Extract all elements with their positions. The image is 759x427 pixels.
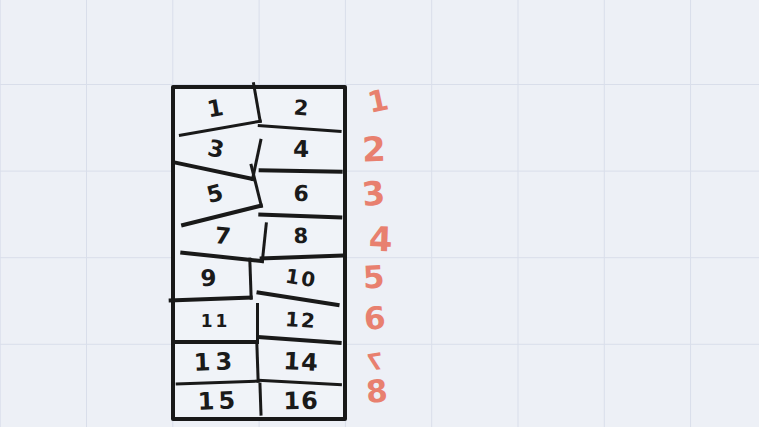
- table-cell-r7c1: 13: [174, 341, 259, 386]
- table-cell-r5c1: 9: [167, 258, 252, 303]
- row-label-7: 7: [365, 350, 384, 375]
- row-label-2: 2: [361, 132, 386, 167]
- row-label-5: 5: [362, 261, 385, 293]
- table-cell-r6c2: 12: [258, 298, 345, 345]
- table-cell-r8c2: 16: [259, 383, 344, 417]
- row-label-4: 4: [368, 222, 393, 257]
- row-label-8: 8: [365, 375, 389, 408]
- table-cell-r1c2: 2: [258, 86, 345, 133]
- table-cell-r7c2: 14: [258, 340, 344, 386]
- whiteboard-canvas: 1 2 3 4 5 6 7 8 9 10 11 12 13 14 15 16 1…: [0, 0, 759, 427]
- table-cell-r6c1: 11: [175, 303, 259, 344]
- table-cell-r4c1: 7: [180, 214, 268, 264]
- hand-drawn-number-table: 1 2 3 4 5 6 7 8 9 10 11 12 13 14 15 16: [171, 85, 347, 421]
- row-label-1: 1: [365, 85, 391, 118]
- row-label-6: 6: [363, 302, 387, 334]
- table-cell-r2c2: 4: [259, 129, 344, 173]
- row-label-3: 3: [360, 176, 386, 211]
- table-cell-r8c1: 15: [177, 383, 262, 419]
- table-cell-r3c2: 6: [258, 172, 344, 220]
